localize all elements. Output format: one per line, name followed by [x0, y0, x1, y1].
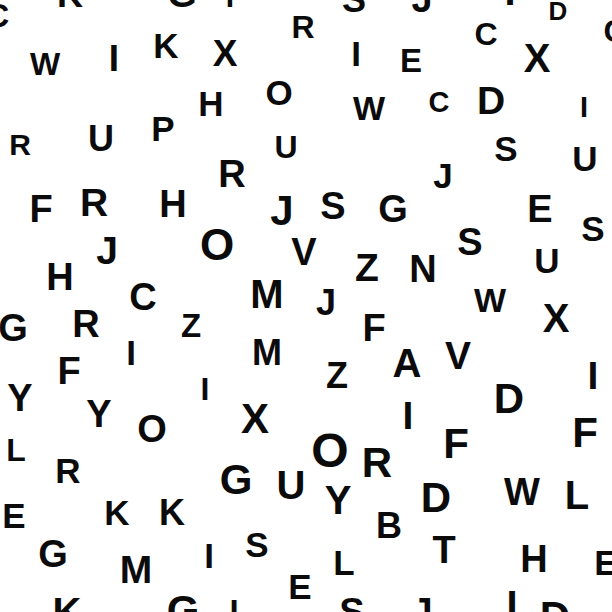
letter-i: I — [403, 396, 414, 435]
letter-h: H — [46, 258, 73, 296]
letter-m: M — [252, 335, 282, 371]
letter-i: I — [126, 335, 136, 370]
letter-h: H — [159, 185, 186, 223]
letter-s: S — [320, 187, 345, 225]
letter-i: I — [580, 93, 588, 122]
letter-s: S — [581, 211, 604, 246]
letter-k: K — [153, 28, 178, 63]
letter-z: Z — [326, 358, 348, 394]
letter-x: X — [241, 398, 269, 440]
letter-c: C — [603, 15, 612, 47]
letter-d: D — [477, 81, 505, 120]
letter-d: D — [421, 477, 451, 519]
letter-k: K — [57, 0, 83, 13]
letter-e: E — [2, 498, 25, 533]
letter-k: K — [104, 495, 129, 530]
letter-j: J — [411, 593, 432, 612]
letter-i: I — [588, 356, 599, 395]
letter-g: G — [167, 590, 200, 612]
letter-x: X — [213, 35, 238, 72]
letter-u: U — [274, 131, 297, 163]
letter-g: G — [0, 309, 28, 347]
letter-r: R — [9, 130, 31, 160]
letter-i: I — [109, 40, 119, 77]
letter-b: B — [376, 508, 402, 544]
letter-y: Y — [86, 395, 111, 433]
letter-s: S — [457, 223, 482, 261]
letter-f: F — [362, 309, 385, 347]
letter-c: C — [474, 18, 497, 50]
letter-s: S — [494, 131, 517, 166]
letter-h: H — [198, 86, 223, 121]
letter-z: Z — [355, 248, 379, 287]
letter-c: C — [429, 88, 450, 117]
letter-z: Z — [181, 309, 201, 342]
letter-y: Y — [7, 379, 32, 417]
letter-e: E — [288, 569, 311, 604]
letter-j: J — [270, 190, 293, 232]
letter-i: I — [504, 0, 515, 11]
letter-g: G — [38, 535, 68, 573]
letter-n: N — [409, 250, 436, 288]
letter-x: X — [524, 38, 551, 78]
letter-x: X — [543, 298, 570, 338]
letter-t: T — [432, 531, 455, 569]
letter-k: K — [53, 592, 82, 612]
letter-r: R — [291, 11, 314, 43]
letter-r: R — [72, 305, 99, 343]
letter-a: A — [393, 343, 422, 383]
letter-o: O — [265, 75, 292, 110]
letter-e: E — [527, 190, 552, 228]
letter-w: W — [474, 283, 506, 317]
letter-w: W — [30, 48, 60, 80]
letter-e: E — [400, 44, 422, 77]
letter-w: W — [504, 473, 540, 511]
letter-m: M — [250, 274, 283, 314]
letter-r: R — [55, 453, 80, 488]
letter-k: K — [159, 495, 185, 531]
letter-j: J — [411, 0, 432, 18]
letter-s: S — [339, 593, 364, 612]
letter-v: V — [291, 233, 316, 271]
letter-m: M — [120, 550, 153, 589]
letter-l: L — [333, 545, 354, 580]
letter-i: I — [351, 36, 361, 71]
letter-c: C — [0, 0, 9, 32]
letter-r: R — [362, 442, 392, 484]
letter-l: L — [565, 475, 589, 515]
letter-u: U — [277, 465, 306, 505]
letter-i: I — [506, 585, 517, 612]
letter-r: R — [218, 155, 245, 193]
letter-p: P — [151, 111, 174, 146]
letter-f: F — [443, 423, 469, 465]
letter-i: I — [204, 538, 214, 573]
letter-w: W — [353, 91, 385, 125]
letter-c: C — [129, 278, 156, 316]
letter-r: R — [80, 183, 108, 222]
letter-d: D — [494, 378, 524, 420]
letter-h: H — [520, 540, 547, 578]
letter-g: G — [167, 0, 197, 13]
letter-d: D — [540, 596, 570, 612]
letter-i: I — [226, 0, 234, 12]
letter-g: G — [378, 190, 408, 228]
letter-y: Y — [325, 480, 352, 520]
letter-o: O — [137, 410, 167, 448]
letter-u: U — [534, 243, 559, 278]
letter-i: I — [229, 595, 238, 612]
letter-s: S — [342, 0, 366, 18]
letter-u: U — [572, 141, 597, 176]
letter-v: V — [445, 336, 471, 375]
letter-e: E — [594, 545, 612, 580]
letter-f: F — [57, 352, 80, 390]
letter-j: J — [316, 285, 336, 321]
letter-o: O — [311, 427, 348, 475]
letter-scatter-board: CKGISJIDCWIKXRIECXHOWCDIRUPUSURJFRHJSGES… — [0, 0, 612, 612]
letter-i: I — [201, 373, 210, 405]
letter-j: J — [96, 231, 118, 270]
letter-u: U — [88, 121, 114, 157]
letter-o: O — [200, 223, 234, 267]
letter-f: F — [29, 190, 52, 228]
letter-s: S — [245, 527, 268, 562]
letter-d: D — [549, 0, 568, 24]
letter-l: L — [6, 434, 26, 466]
letter-f: F — [572, 412, 598, 454]
letter-g: G — [220, 459, 253, 501]
letter-j: J — [433, 158, 452, 193]
